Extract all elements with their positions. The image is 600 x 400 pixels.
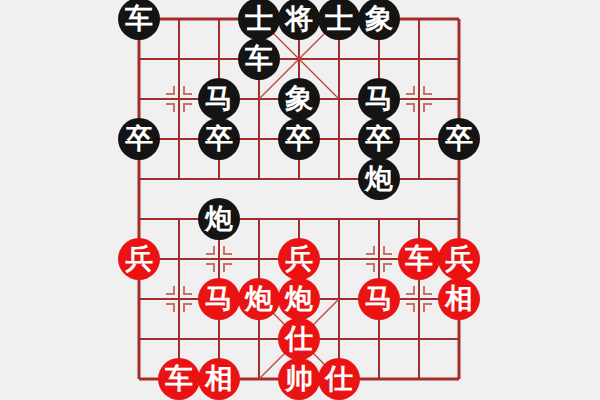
board-point: 相 (199, 359, 239, 399)
board-point (239, 79, 279, 119)
piece-red-soldier[interactable]: 兵 (438, 238, 480, 280)
board-point (119, 319, 159, 359)
board-point (199, 0, 239, 39)
board-point: 卒 (359, 119, 399, 159)
board-point: 炮 (239, 279, 279, 319)
board-point (439, 199, 479, 239)
board-point (119, 199, 159, 239)
board-point: 象 (359, 0, 399, 39)
board-point: 士 (239, 0, 279, 39)
board-point (399, 119, 439, 159)
board-point (319, 199, 359, 239)
board-point (279, 199, 319, 239)
board-point (159, 79, 199, 119)
board-point: 卒 (119, 119, 159, 159)
board-point: 仕 (319, 359, 359, 399)
board-point (439, 39, 479, 79)
board-point (439, 159, 479, 199)
board-point (319, 79, 359, 119)
board-point: 炮 (279, 279, 319, 319)
board-point (399, 159, 439, 199)
xiangqi-board-screen: 车士将士象车马象马卒卒卒卒卒炮炮兵兵车兵马炮炮马相仕车相帅仕 (0, 0, 600, 400)
board-point (399, 39, 439, 79)
board-point (199, 159, 239, 199)
piece-black-soldier[interactable]: 卒 (438, 118, 480, 160)
piece-black-elephant[interactable]: 象 (358, 0, 400, 40)
board-point (319, 119, 359, 159)
board-point (119, 79, 159, 119)
board-point (319, 159, 359, 199)
board-point (239, 359, 279, 399)
board-point (159, 39, 199, 79)
board-point (239, 199, 279, 239)
board-point (199, 39, 239, 79)
board-point (119, 39, 159, 79)
piece-red-soldier[interactable]: 兵 (118, 238, 160, 280)
board-point: 兵 (279, 239, 319, 279)
piece-black-soldier[interactable]: 卒 (118, 118, 160, 160)
board-point (359, 319, 399, 359)
piece-red-cannon[interactable]: 炮 (238, 278, 280, 320)
piece-black-advisor[interactable]: 士 (238, 0, 280, 40)
board-point (239, 319, 279, 359)
piece-black-chariot[interactable]: 车 (238, 38, 280, 80)
board-point (159, 119, 199, 159)
piece-black-cannon[interactable]: 炮 (198, 198, 240, 240)
board-point: 帅 (279, 359, 319, 399)
board-point (239, 159, 279, 199)
board-point: 卒 (439, 119, 479, 159)
board-point: 马 (199, 79, 239, 119)
piece-black-general[interactable]: 将 (278, 0, 320, 40)
board-point: 兵 (439, 239, 479, 279)
board-point (399, 279, 439, 319)
piece-red-elephant[interactable]: 相 (438, 278, 480, 320)
board-point (239, 239, 279, 279)
board-point (199, 319, 239, 359)
board-point (319, 279, 359, 319)
piece-black-horse[interactable]: 马 (198, 78, 240, 120)
board-point (359, 199, 399, 239)
piece-red-advisor[interactable]: 仕 (318, 358, 360, 400)
board-point: 兵 (119, 239, 159, 279)
board-point: 士 (319, 0, 359, 39)
board-point (319, 39, 359, 79)
piece-red-elephant[interactable]: 相 (198, 358, 240, 400)
board-point (399, 359, 439, 399)
board-point: 车 (119, 0, 159, 39)
piece-black-horse[interactable]: 马 (358, 78, 400, 120)
piece-black-advisor[interactable]: 士 (318, 0, 360, 40)
board-point (119, 359, 159, 399)
piece-black-soldier[interactable]: 卒 (278, 118, 320, 160)
piece-black-cannon[interactable]: 炮 (358, 158, 400, 200)
board-point: 马 (359, 79, 399, 119)
board-point (359, 239, 399, 279)
piece-black-soldier[interactable]: 卒 (358, 118, 400, 160)
board-point: 卒 (279, 119, 319, 159)
board-point (239, 119, 279, 159)
board-point (439, 359, 479, 399)
piece-red-chariot[interactable]: 车 (398, 238, 440, 280)
board-point: 车 (239, 39, 279, 79)
board-point: 相 (439, 279, 479, 319)
piece-red-advisor[interactable]: 仕 (278, 318, 320, 360)
board-point (279, 159, 319, 199)
board-point (359, 359, 399, 399)
board-point: 马 (199, 279, 239, 319)
piece-black-elephant[interactable]: 象 (278, 78, 320, 120)
board-point (119, 159, 159, 199)
board-point: 仕 (279, 319, 319, 359)
board-point: 卒 (199, 119, 239, 159)
piece-black-chariot[interactable]: 车 (118, 0, 160, 40)
board-point (159, 279, 199, 319)
board-point: 炮 (359, 159, 399, 199)
board-point (439, 0, 479, 39)
piece-black-soldier[interactable]: 卒 (198, 118, 240, 160)
piece-red-soldier[interactable]: 兵 (278, 238, 320, 280)
board-point: 马 (359, 279, 399, 319)
board-point (159, 0, 199, 39)
board-point (159, 239, 199, 279)
board-point (159, 319, 199, 359)
board-point (119, 279, 159, 319)
board-point (319, 319, 359, 359)
piece-red-horse[interactable]: 马 (198, 278, 240, 320)
board-point (439, 79, 479, 119)
board-point: 炮 (199, 199, 239, 239)
board-point (319, 239, 359, 279)
board-point (159, 159, 199, 199)
board-point (399, 319, 439, 359)
board-point (159, 199, 199, 239)
board: 车士将士象车马象马卒卒卒卒卒炮炮兵兵车兵马炮炮马相仕车相帅仕 (119, 0, 479, 399)
board-point: 将 (279, 0, 319, 39)
board-point (279, 39, 319, 79)
board-point: 象 (279, 79, 319, 119)
board-point: 车 (399, 239, 439, 279)
board-point (399, 79, 439, 119)
board-point (199, 239, 239, 279)
board-point (439, 319, 479, 359)
board-point: 车 (159, 359, 199, 399)
piece-red-horse[interactable]: 马 (358, 278, 400, 320)
piece-red-cannon[interactable]: 炮 (278, 278, 320, 320)
board-point (399, 0, 439, 39)
piece-red-chariot[interactable]: 车 (158, 358, 200, 400)
board-point (399, 199, 439, 239)
piece-red-general[interactable]: 帅 (278, 358, 320, 400)
board-point (359, 39, 399, 79)
